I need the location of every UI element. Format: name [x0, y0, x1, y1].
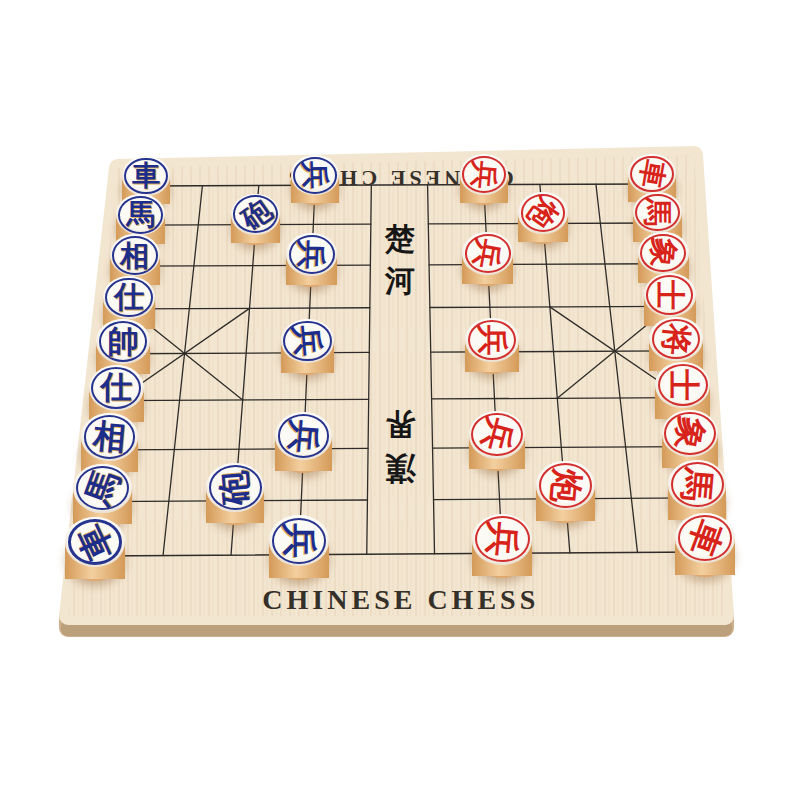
- piece-face: 炮: [518, 192, 567, 233]
- piece-character: 帥: [107, 326, 138, 357]
- piece-blue-cannon[interactable]: 砲: [206, 463, 264, 525]
- piece-character: 砲: [217, 469, 254, 506]
- piece-face: 仕: [103, 276, 155, 320]
- piece-blue-chariot[interactable]: 車: [65, 517, 125, 581]
- piece-face: 馬: [668, 460, 726, 509]
- piece-red-cannon[interactable]: 炮: [518, 192, 567, 244]
- piece-character: 兵: [483, 521, 521, 559]
- piece-character: 士: [655, 280, 685, 310]
- piece-character: 馬: [643, 198, 672, 227]
- piece-character: 兵: [471, 237, 505, 271]
- piece-character: 馬: [679, 466, 716, 503]
- piece-face: 車: [65, 517, 125, 567]
- piece-character: 仕: [100, 372, 132, 404]
- piece-red-soldier[interactable]: 兵: [469, 411, 526, 471]
- piece-face: 砲: [231, 194, 280, 235]
- piece-character: 相: [120, 241, 149, 270]
- piece-character: 士: [667, 369, 699, 401]
- piece-face: 馬: [73, 464, 131, 513]
- svg-text:河: 河: [384, 263, 415, 298]
- piece-face: 兵: [275, 412, 332, 459]
- piece-face: 車: [628, 154, 676, 194]
- piece-blue-soldier[interactable]: 兵: [275, 412, 332, 472]
- piece-character: 兵: [286, 418, 322, 454]
- xiangqi-product-photo: 楚河界漢CHINESE CHESSCHINESE CHESS 車馬相仕帥仕相馬車…: [0, 0, 800, 800]
- piece-blue-soldier[interactable]: 兵: [286, 233, 337, 286]
- piece-blue-cannon[interactable]: 砲: [231, 194, 280, 246]
- svg-text:界: 界: [385, 407, 416, 442]
- piece-character: 車: [636, 158, 668, 190]
- piece-face: 兵: [469, 411, 526, 458]
- piece-character: 炮: [547, 467, 584, 504]
- piece-character: 将: [659, 322, 693, 356]
- piece-blue-soldier[interactable]: 兵: [281, 319, 334, 376]
- svg-text:漢: 漢: [384, 451, 417, 487]
- piece-character: 兵: [291, 324, 325, 358]
- piece-face: 帥: [96, 319, 149, 364]
- piece-face: 仕: [89, 365, 144, 411]
- piece-blue-soldier[interactable]: 兵: [291, 155, 339, 205]
- piece-blue-soldier[interactable]: 兵: [269, 515, 329, 579]
- piece-character: 相: [92, 419, 128, 455]
- piece-face: 兵: [269, 515, 329, 565]
- piece-face: 象: [638, 232, 689, 274]
- piece-character: 車: [132, 162, 160, 190]
- piece-face: 象: [662, 410, 718, 457]
- piece-red-soldier[interactable]: 兵: [472, 514, 532, 578]
- piece-character: 馬: [126, 200, 155, 229]
- piece-red-soldier[interactable]: 兵: [465, 318, 518, 375]
- piece-face: 車: [122, 156, 170, 196]
- piece-face: 兵: [286, 233, 337, 276]
- piece-red-cannon[interactable]: 炮: [536, 461, 594, 523]
- piece-face: 兵: [462, 232, 513, 275]
- piece-character: 兵: [296, 239, 326, 269]
- piece-face: 士: [644, 273, 696, 317]
- piece-face: 兵: [472, 514, 532, 564]
- piece-character: 兵: [301, 161, 330, 190]
- piece-character: 兵: [282, 523, 317, 558]
- svg-text:楚: 楚: [384, 221, 416, 256]
- piece-face: 相: [81, 413, 138, 461]
- piece-character: 象: [671, 415, 709, 453]
- svg-text:CHINESE CHESS: CHINESE CHESS: [262, 584, 539, 615]
- piece-character: 象: [648, 237, 680, 269]
- piece-face: 兵: [465, 318, 518, 363]
- piece-red-chariot[interactable]: 車: [675, 513, 735, 577]
- piece-face: 炮: [536, 461, 594, 510]
- piece-red-soldier[interactable]: 兵: [460, 154, 508, 204]
- piece-character: 仕: [114, 282, 144, 312]
- piece-face: 兵: [460, 154, 508, 194]
- piece-face: 砲: [206, 463, 264, 512]
- piece-character: 兵: [469, 160, 499, 190]
- piece-face: 車: [675, 513, 735, 563]
- piece-character: 兵: [477, 325, 508, 356]
- piece-red-soldier[interactable]: 兵: [462, 232, 513, 285]
- piece-face: 将: [649, 317, 702, 362]
